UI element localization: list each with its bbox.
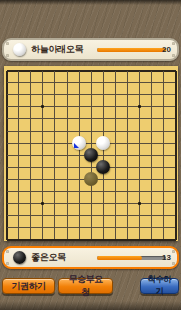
grid-line — [7, 227, 176, 228]
white-stone — [96, 136, 110, 150]
time-bar-bottom — [97, 256, 166, 261]
black-stone-icon — [13, 251, 26, 264]
rivet-icon — [172, 262, 175, 265]
time-value-bottom: 13 — [162, 248, 171, 267]
time-value-top: 20 — [162, 40, 171, 59]
star-point — [138, 202, 141, 205]
black-stone — [96, 160, 110, 174]
status-bar-shade — [0, 0, 181, 5]
bottom-shade — [0, 301, 181, 310]
app-screen: 하늘아래오목 20 좋은오목 13 기권하기 무승부요청 착수하기 — [0, 0, 181, 310]
player-name-top: 하늘아래오목 — [31, 40, 83, 59]
time-bar-top-fill — [97, 48, 166, 53]
rivet-icon — [172, 42, 175, 45]
white-stone — [72, 136, 86, 150]
rivet-icon — [6, 262, 9, 265]
pending-stone[interactable] — [84, 172, 98, 186]
place-stone-button[interactable]: 착수하기 — [140, 278, 179, 294]
rivet-icon — [6, 54, 9, 57]
time-bar-top — [97, 48, 166, 53]
grid-line — [7, 239, 176, 241]
grid-line — [163, 71, 164, 240]
rivet-icon — [172, 250, 175, 253]
player-panel-bottom: 좋은오목 13 — [2, 246, 179, 269]
resign-button[interactable]: 기권하기 — [2, 278, 55, 294]
board[interactable] — [4, 66, 178, 241]
rivet-icon — [6, 42, 9, 45]
grid-line — [175, 71, 177, 240]
rivet-icon — [172, 54, 175, 57]
time-bar-bottom-fill — [97, 256, 142, 261]
last-move-marker-icon — [74, 143, 79, 148]
star-point — [41, 105, 44, 108]
player-panel-top: 하늘아래오목 20 — [2, 38, 179, 61]
star-point — [138, 105, 141, 108]
star-point — [41, 202, 44, 205]
draw-request-button[interactable]: 무승부요청 — [58, 278, 113, 294]
white-stone-icon — [13, 43, 26, 56]
grid-line — [7, 215, 176, 216]
player-name-bottom: 좋은오목 — [31, 248, 66, 267]
black-stone — [84, 148, 98, 162]
rivet-icon — [6, 250, 9, 253]
